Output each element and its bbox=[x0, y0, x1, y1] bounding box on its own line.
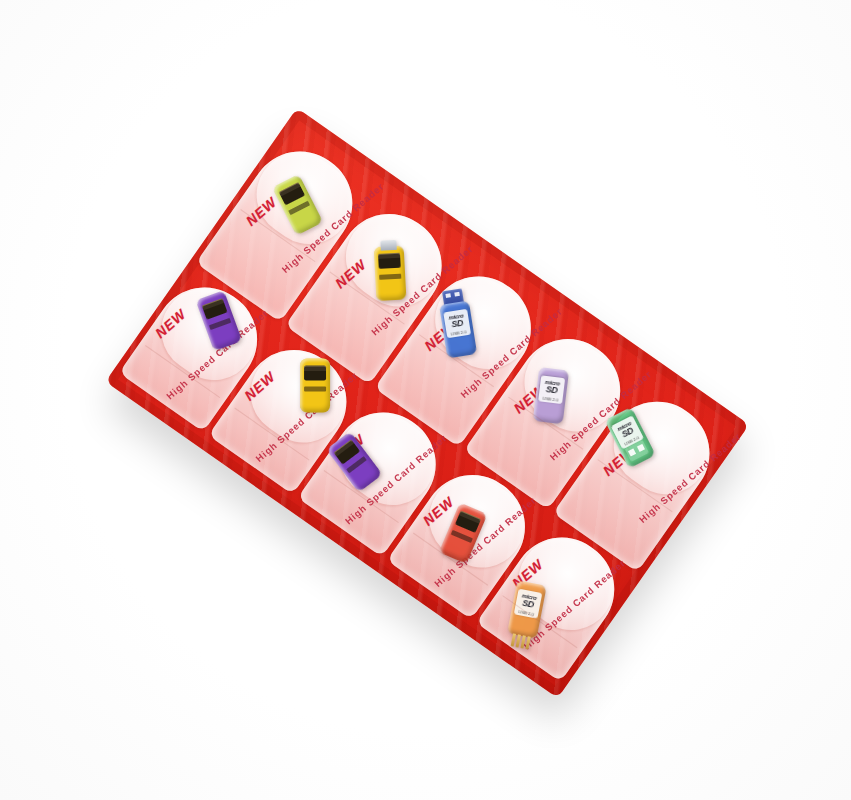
micro-sd-logo: microSDUSB 2.0 bbox=[514, 589, 543, 619]
usb-gold-fingers bbox=[511, 633, 531, 649]
card-reader-purple bbox=[196, 290, 243, 351]
card-reader-yellow bbox=[300, 359, 330, 413]
card-reader-purple bbox=[326, 431, 382, 492]
inserted-card-label bbox=[378, 253, 401, 269]
card-reader-yellow bbox=[374, 246, 407, 301]
new-badge: NEW bbox=[240, 367, 281, 405]
red-package-bag: NEWHigh Speed Card ReaderNEWHigh Speed C… bbox=[105, 108, 749, 698]
micro-sd-logo: microSDUSB 2.0 bbox=[538, 375, 565, 404]
new-badge: NEW bbox=[150, 304, 191, 342]
card-reader-lavender: microSDUSB 2.0 bbox=[533, 367, 569, 424]
product-photo: NEWHigh Speed Card ReaderNEWHigh Speed C… bbox=[0, 0, 851, 800]
inserted-card-label bbox=[304, 366, 326, 381]
micro-sd-logo: microSDUSB 2.0 bbox=[443, 309, 471, 338]
card-reader-blue: microSDUSB 2.0 bbox=[439, 300, 477, 358]
new-badge: NEW bbox=[330, 255, 371, 293]
usb-version-text: USB 2.0 bbox=[540, 396, 561, 403]
usb-contact bbox=[380, 240, 397, 251]
card-slot bbox=[304, 387, 326, 392]
new-badge: NEW bbox=[241, 192, 282, 230]
